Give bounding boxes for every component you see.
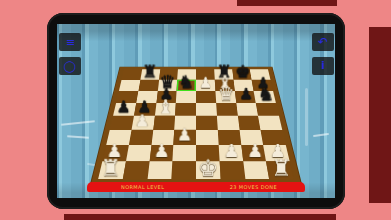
game-screen: ♜♜♚♛♞♟♝♟♟♛♟♞♟♟♝♟♟♟♟♟♟♟♜♚♜ NORMAL LEVEL 2… xyxy=(57,24,335,198)
square-a1[interactable]: ♜ xyxy=(98,161,126,179)
square-c6[interactable]: ♟ xyxy=(156,91,177,103)
restart-button[interactable]: ◯ xyxy=(59,57,81,75)
square-h6[interactable]: ♞ xyxy=(254,91,276,103)
undo-icon: ↶ xyxy=(318,36,328,48)
square-b7[interactable] xyxy=(138,80,159,91)
square-b2[interactable] xyxy=(126,145,151,161)
square-h4[interactable] xyxy=(258,116,282,130)
square-d1[interactable] xyxy=(172,161,196,179)
square-a8[interactable] xyxy=(122,69,142,79)
square-b3[interactable] xyxy=(129,130,153,145)
info-button[interactable]: i xyxy=(312,57,334,75)
square-c2[interactable]: ♟ xyxy=(149,145,173,161)
square-a4[interactable] xyxy=(110,116,134,130)
square-g6[interactable]: ♟ xyxy=(235,91,256,103)
square-e6[interactable] xyxy=(196,91,216,103)
square-b4[interactable]: ♟ xyxy=(131,116,154,130)
chess-board[interactable]: ♜♜♚♛♞♟♝♟♟♛♟♞♟♟♝♟♟♟♟♟♟♟♜♚♜ xyxy=(98,69,294,179)
square-c8[interactable] xyxy=(159,69,178,79)
square-a5[interactable]: ♟ xyxy=(113,103,136,116)
square-c3[interactable] xyxy=(151,130,174,145)
undo-button[interactable]: ↶ xyxy=(312,33,334,51)
square-f2[interactable]: ♟ xyxy=(218,145,242,161)
square-d8[interactable] xyxy=(177,69,196,79)
square-e1[interactable]: ♚ xyxy=(196,161,220,179)
background-block-bottom xyxy=(64,214,336,220)
square-e4[interactable] xyxy=(196,116,218,130)
square-h8[interactable] xyxy=(250,69,270,79)
square-d6[interactable] xyxy=(176,91,196,103)
square-f5[interactable] xyxy=(216,103,237,116)
board-frame: ♜♜♚♛♞♟♝♟♟♛♟♞♟♟♝♟♟♟♟♟♟♟♜♚♜ xyxy=(90,67,302,184)
square-a7[interactable] xyxy=(119,80,140,91)
square-d7[interactable]: ♞ xyxy=(177,80,196,91)
table-scratch xyxy=(305,88,308,146)
square-b1[interactable] xyxy=(123,161,150,179)
square-g2[interactable]: ♟ xyxy=(241,145,266,161)
square-f4[interactable] xyxy=(217,116,239,130)
square-d4[interactable] xyxy=(174,116,196,130)
menu-button[interactable]: ≡ xyxy=(59,33,81,51)
info-icon: i xyxy=(321,61,324,71)
square-e5[interactable] xyxy=(196,103,217,116)
square-g3[interactable] xyxy=(239,130,263,145)
square-c7[interactable]: ♛ xyxy=(157,80,177,91)
square-g8[interactable]: ♚ xyxy=(232,69,252,79)
square-a3[interactable] xyxy=(106,130,131,145)
square-a2[interactable]: ♟ xyxy=(102,145,128,161)
square-d5[interactable] xyxy=(175,103,196,116)
status-left-text: NORMAL LEVEL xyxy=(121,184,164,190)
square-c5[interactable]: ♝ xyxy=(155,103,176,116)
square-g7[interactable] xyxy=(233,80,254,91)
chess-board-3d: ♜♜♚♛♞♟♝♟♟♛♟♞♟♟♝♟♟♟♟♟♟♟♜♚♜ xyxy=(90,26,302,184)
square-b6[interactable] xyxy=(136,91,157,103)
square-e8[interactable] xyxy=(196,69,215,79)
square-b5[interactable]: ♟ xyxy=(134,103,156,116)
black-r-piece: ♜ xyxy=(140,62,159,80)
square-h5[interactable] xyxy=(256,103,279,116)
square-c4[interactable] xyxy=(153,116,175,130)
square-c1[interactable] xyxy=(147,161,173,179)
menu-icon: ≡ xyxy=(66,36,74,47)
square-b8[interactable]: ♜ xyxy=(140,69,160,79)
black-k-piece: ♚ xyxy=(233,62,252,80)
square-f6[interactable]: ♛ xyxy=(215,91,236,103)
phone-frame: ♜♜♚♛♞♟♝♟♟♛♟♞♟♟♝♟♟♟♟♟♟♟♜♚♜ NORMAL LEVEL 2… xyxy=(47,13,345,209)
square-e3[interactable] xyxy=(196,130,218,145)
status-right-text: 23 MOVES DONE xyxy=(230,184,277,190)
square-h1[interactable]: ♜ xyxy=(266,161,294,179)
status-bar: NORMAL LEVEL 23 MOVES DONE xyxy=(87,182,305,192)
square-g1[interactable] xyxy=(243,161,270,179)
square-h3[interactable] xyxy=(261,130,286,145)
square-f1[interactable] xyxy=(219,161,245,179)
circle-icon: ◯ xyxy=(64,60,76,71)
square-h2[interactable]: ♟ xyxy=(263,145,289,161)
black-r-piece: ♜ xyxy=(215,62,234,80)
square-d3[interactable]: ♟ xyxy=(174,130,196,145)
square-e7[interactable]: ♟ xyxy=(196,80,215,91)
background-block-right xyxy=(369,27,391,203)
square-g5[interactable] xyxy=(236,103,258,116)
square-f8[interactable]: ♜ xyxy=(214,69,233,79)
square-f3[interactable] xyxy=(218,130,241,145)
background-block-top xyxy=(237,0,337,6)
square-h7[interactable]: ♟ xyxy=(252,80,273,91)
square-e2[interactable] xyxy=(196,145,219,161)
square-g4[interactable] xyxy=(237,116,260,130)
square-f7[interactable]: ♝ xyxy=(215,80,235,91)
square-a6[interactable] xyxy=(116,91,138,103)
square-d2[interactable] xyxy=(173,145,196,161)
